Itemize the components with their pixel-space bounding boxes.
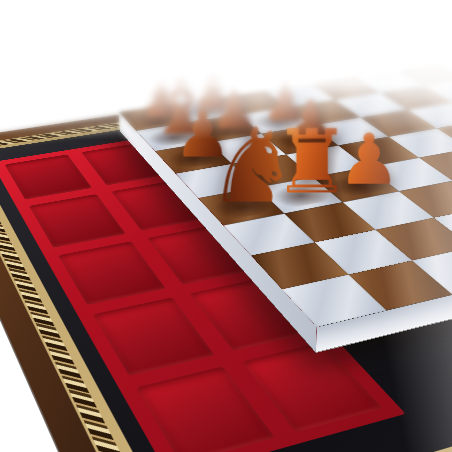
tray-compartment (136, 366, 275, 452)
chess-case-and-board-group: ♟♟♝♟♟♟♟♞♜♟ (0, 68, 452, 452)
tray-compartment (58, 241, 166, 305)
tray-compartment (81, 143, 170, 186)
chess-piece-knight: ♞ (206, 114, 299, 217)
chess-set-photo: ♟♟♝♟♟♟♟♞♜♟ (0, 0, 452, 452)
board-square: ♞ (198, 188, 284, 226)
tray-compartment (93, 297, 214, 375)
tray-compartment (29, 194, 126, 247)
tray-compartment (5, 154, 92, 199)
perspective-scene: ♟♟♝♟♟♟♟♞♜♟ (0, 0, 452, 452)
